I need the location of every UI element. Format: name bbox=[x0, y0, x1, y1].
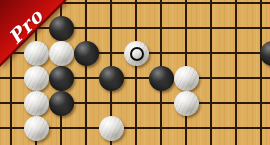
grid-line-vertical bbox=[210, 0, 212, 145]
grid-line-vertical bbox=[135, 0, 137, 145]
pro-ribbon-label: Pro bbox=[0, 0, 55, 56]
last-move-marker bbox=[130, 47, 144, 61]
white-stone[interactable] bbox=[24, 91, 49, 116]
white-stone-marked[interactable] bbox=[124, 41, 149, 66]
screenshot-root: Pro bbox=[0, 0, 270, 145]
grid-line-vertical bbox=[260, 0, 262, 145]
black-stone[interactable] bbox=[49, 91, 74, 116]
white-stone[interactable] bbox=[24, 116, 49, 141]
white-stone[interactable] bbox=[174, 91, 199, 116]
pro-ribbon: Pro bbox=[0, 0, 80, 80]
grid-line-vertical bbox=[85, 0, 87, 145]
white-stone[interactable] bbox=[99, 116, 124, 141]
black-stone[interactable] bbox=[149, 66, 174, 91]
white-stone[interactable] bbox=[174, 66, 199, 91]
black-stone[interactable] bbox=[99, 66, 124, 91]
grid-line-vertical bbox=[235, 0, 237, 145]
